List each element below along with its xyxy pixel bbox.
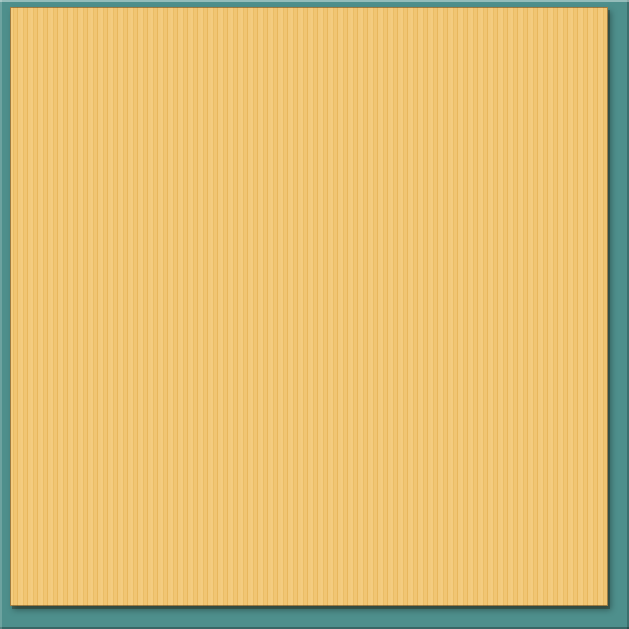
goban-board[interactable] [10,7,608,606]
goban-frame [0,0,629,629]
